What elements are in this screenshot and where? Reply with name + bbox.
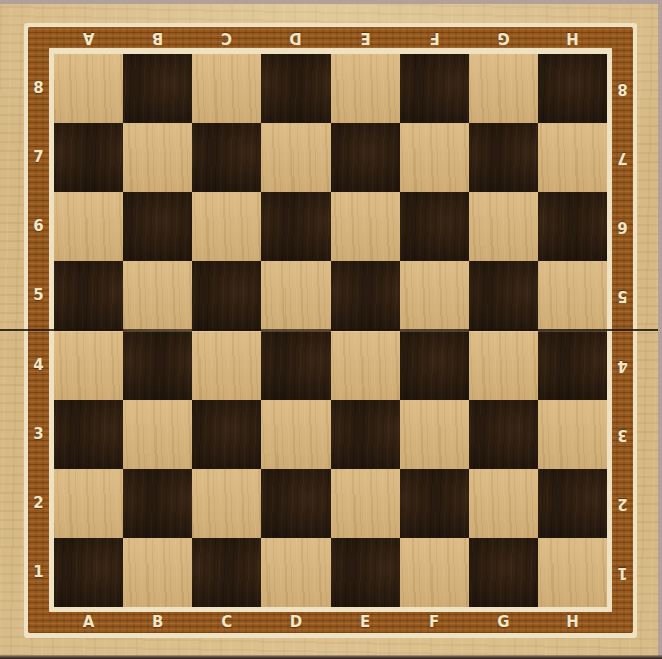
square-e1[interactable] [331, 538, 400, 607]
square-b1[interactable] [123, 538, 192, 607]
square-c6[interactable] [192, 192, 261, 261]
square-d5[interactable] [261, 261, 330, 330]
square-f1[interactable] [400, 538, 469, 607]
square-c2[interactable] [192, 469, 261, 538]
square-h4[interactable] [538, 331, 607, 400]
square-g3[interactable] [469, 400, 538, 469]
fold-seam [0, 329, 658, 331]
square-f4[interactable] [400, 331, 469, 400]
square-a4[interactable] [54, 331, 123, 400]
square-f8[interactable] [400, 54, 469, 123]
square-b2[interactable] [123, 469, 192, 538]
square-g1[interactable] [469, 538, 538, 607]
square-d4[interactable] [261, 331, 330, 400]
square-h5[interactable] [538, 261, 607, 330]
square-c1[interactable] [192, 538, 261, 607]
square-d2[interactable] [261, 469, 330, 538]
square-h7[interactable] [538, 123, 607, 192]
square-b3[interactable] [123, 400, 192, 469]
square-f2[interactable] [400, 469, 469, 538]
square-f6[interactable] [400, 192, 469, 261]
square-f5[interactable] [400, 261, 469, 330]
square-c4[interactable] [192, 331, 261, 400]
square-h1[interactable] [538, 538, 607, 607]
chessboard: ABCDEFGH ABCDEFGH 87654321 87654321 [0, 4, 658, 656]
square-b4[interactable] [123, 331, 192, 400]
square-e2[interactable] [331, 469, 400, 538]
square-a2[interactable] [54, 469, 123, 538]
square-a1[interactable] [54, 538, 123, 607]
square-a3[interactable] [54, 400, 123, 469]
square-e4[interactable] [331, 331, 400, 400]
square-a8[interactable] [54, 54, 123, 123]
square-g7[interactable] [469, 123, 538, 192]
square-g4[interactable] [469, 331, 538, 400]
square-d3[interactable] [261, 400, 330, 469]
square-d8[interactable] [261, 54, 330, 123]
square-b7[interactable] [123, 123, 192, 192]
photo-background: ABCDEFGH ABCDEFGH 87654321 87654321 [0, 0, 662, 659]
square-c7[interactable] [192, 123, 261, 192]
square-d7[interactable] [261, 123, 330, 192]
square-e5[interactable] [331, 261, 400, 330]
square-c5[interactable] [192, 261, 261, 330]
square-g5[interactable] [469, 261, 538, 330]
square-c8[interactable] [192, 54, 261, 123]
square-h8[interactable] [538, 54, 607, 123]
square-e7[interactable] [331, 123, 400, 192]
square-d6[interactable] [261, 192, 330, 261]
square-g2[interactable] [469, 469, 538, 538]
square-a6[interactable] [54, 192, 123, 261]
board-bottom-edge [0, 655, 662, 659]
square-c3[interactable] [192, 400, 261, 469]
square-h6[interactable] [538, 192, 607, 261]
square-b5[interactable] [123, 261, 192, 330]
square-g8[interactable] [469, 54, 538, 123]
square-a5[interactable] [54, 261, 123, 330]
square-h2[interactable] [538, 469, 607, 538]
square-e3[interactable] [331, 400, 400, 469]
square-b8[interactable] [123, 54, 192, 123]
square-g6[interactable] [469, 192, 538, 261]
square-f7[interactable] [400, 123, 469, 192]
square-e8[interactable] [331, 54, 400, 123]
square-e6[interactable] [331, 192, 400, 261]
square-f3[interactable] [400, 400, 469, 469]
square-h3[interactable] [538, 400, 607, 469]
square-a7[interactable] [54, 123, 123, 192]
square-d1[interactable] [261, 538, 330, 607]
square-b6[interactable] [123, 192, 192, 261]
